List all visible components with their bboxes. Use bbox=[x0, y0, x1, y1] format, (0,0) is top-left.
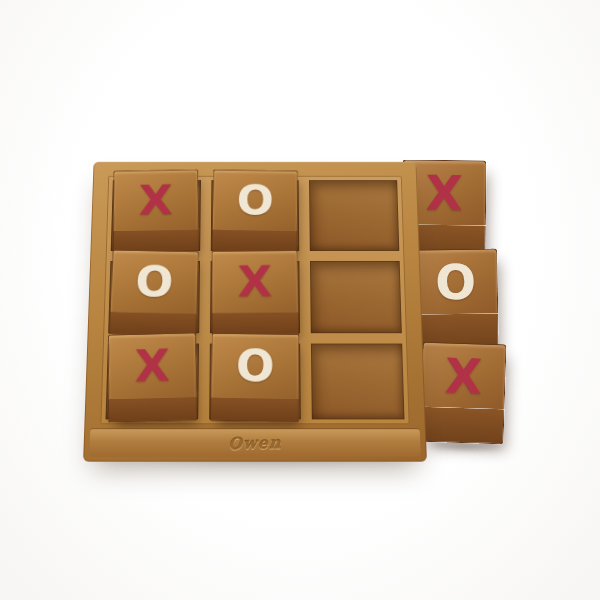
board-grid: X O bbox=[100, 176, 409, 424]
piece-top-face: O bbox=[413, 248, 498, 314]
piece-front-face bbox=[210, 397, 300, 422]
spare-piece-3[interactable]: X bbox=[419, 342, 506, 445]
piece-front-face bbox=[108, 397, 198, 423]
tray-front-rim: Owen bbox=[89, 429, 420, 457]
piece-glyph: X bbox=[238, 261, 273, 304]
cell-r1c1[interactable]: X bbox=[210, 261, 301, 334]
cell-r1c0[interactable]: O bbox=[108, 261, 200, 334]
piece-glyph: O bbox=[135, 260, 175, 303]
tictactoe-board-tray: X O bbox=[84, 140, 426, 462]
brand-engraving: Owen bbox=[228, 433, 282, 453]
piece-block[interactable]: X bbox=[211, 250, 299, 335]
piece-top-face: O bbox=[210, 333, 299, 399]
piece-top-face: X bbox=[421, 342, 507, 410]
cell-r0c1[interactable]: O bbox=[210, 180, 299, 250]
piece-front-face bbox=[419, 407, 504, 445]
board-wood-frame: X O bbox=[83, 162, 427, 462]
product-photo-scene: X O bbox=[0, 0, 600, 600]
cell-r1c2[interactable] bbox=[310, 261, 402, 334]
piece-glyph: O bbox=[236, 180, 274, 221]
piece-glyph: O bbox=[235, 344, 274, 388]
cell-r2c1[interactable]: O bbox=[209, 344, 301, 419]
piece-top-face: X bbox=[211, 250, 299, 313]
piece-glyph: X bbox=[444, 351, 483, 400]
piece-block[interactable]: O bbox=[109, 250, 200, 335]
piece-glyph: X bbox=[139, 180, 173, 222]
board-perspective-wrapper: X O bbox=[83, 162, 427, 462]
piece-block[interactable]: O bbox=[211, 170, 298, 252]
cell-r2c2[interactable] bbox=[311, 344, 404, 419]
piece-block[interactable]: X bbox=[113, 169, 199, 251]
piece-block[interactable]: O bbox=[210, 333, 300, 421]
piece-glyph: X bbox=[425, 169, 463, 217]
piece-top-face: O bbox=[110, 250, 200, 314]
cell-r0c0[interactable]: X bbox=[111, 180, 201, 250]
piece-top-face: O bbox=[212, 170, 298, 232]
cell-r0c2[interactable] bbox=[309, 180, 399, 250]
cell-r2c0[interactable]: X bbox=[106, 344, 199, 419]
spare-piece-2[interactable]: O bbox=[413, 248, 498, 349]
piece-glyph: O bbox=[435, 258, 476, 307]
piece-top-face: X bbox=[113, 169, 199, 231]
piece-glyph: X bbox=[135, 344, 170, 389]
piece-top-face: X bbox=[108, 332, 197, 399]
piece-block[interactable]: X bbox=[108, 332, 198, 421]
